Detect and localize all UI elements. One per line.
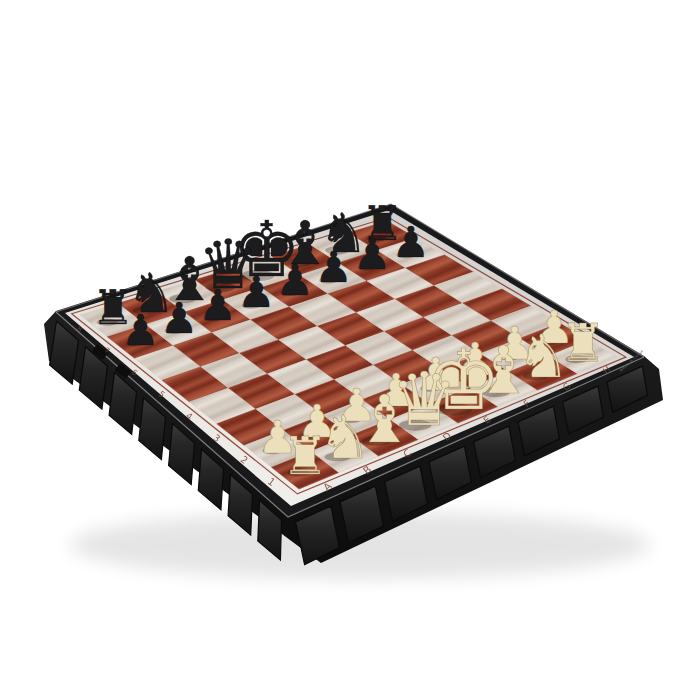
piece-glyph: ♜ bbox=[282, 426, 329, 486]
piece-glyph: ♟ bbox=[314, 242, 352, 292]
piece-black-pawn-c7: ♟ bbox=[199, 280, 237, 330]
piece-glyph: ♟ bbox=[276, 255, 314, 305]
piece-black-pawn-e7: ♟ bbox=[276, 255, 314, 305]
piece-black-pawn-f7: ♟ bbox=[314, 242, 352, 292]
piece-black-pawn-b7: ♟ bbox=[160, 293, 198, 343]
piece-black-pawn-a7: ♟ bbox=[121, 305, 159, 355]
piece-black-pawn-h7: ♟ bbox=[392, 217, 430, 267]
piece-white-rook-a1: ♜ bbox=[282, 426, 329, 486]
piece-black-pawn-d7: ♟ bbox=[237, 267, 275, 317]
piece-glyph: ♟ bbox=[160, 293, 198, 343]
piece-black-pawn-g7: ♟ bbox=[353, 229, 391, 279]
chess-set-photo: 12345678ABCDEFGHMADE IN CHINA♜♞♟♝♟♚♟♛♟♝♟… bbox=[0, 0, 700, 700]
piece-glyph: ♟ bbox=[121, 305, 159, 355]
piece-glyph: ♟ bbox=[237, 267, 275, 317]
piece-glyph: ♟ bbox=[199, 280, 237, 330]
piece-glyph: ♟ bbox=[353, 229, 391, 279]
board-photo-svg: 12345678ABCDEFGHMADE IN CHINA♜♞♟♝♟♚♟♛♟♝♟… bbox=[0, 0, 700, 700]
piece-glyph: ♟ bbox=[392, 217, 430, 267]
